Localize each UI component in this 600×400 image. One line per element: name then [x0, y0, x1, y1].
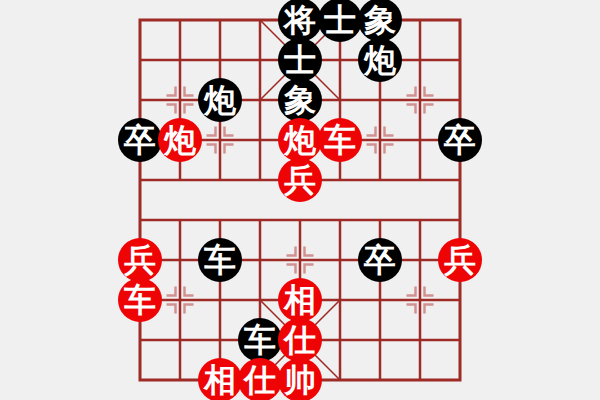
piece-black-chariot[interactable]: 车: [198, 238, 242, 282]
xiangqi-app: 将士象士炮炮象卒炮炮车卒兵兵车卒兵车相车仕相仕帅: [0, 0, 600, 400]
piece-black-advisor[interactable]: 士: [318, 0, 362, 42]
piece-black-soldier[interactable]: 卒: [118, 118, 162, 162]
piece-black-elephant[interactable]: 象: [358, 0, 402, 42]
piece-black-chariot[interactable]: 车: [238, 318, 282, 362]
piece-black-soldier[interactable]: 卒: [358, 238, 402, 282]
piece-red-chariot[interactable]: 车: [118, 278, 162, 322]
piece-red-advisor[interactable]: 仕: [238, 358, 282, 400]
piece-red-soldier[interactable]: 兵: [438, 238, 482, 282]
board-grid[interactable]: 将士象士炮炮象卒炮炮车卒兵兵车卒兵车相车仕相仕帅: [120, 0, 480, 400]
piece-black-advisor[interactable]: 士: [278, 38, 322, 82]
piece-black-cannon[interactable]: 炮: [358, 38, 402, 82]
piece-red-cannon[interactable]: 炮: [278, 118, 322, 162]
piece-black-cannon[interactable]: 炮: [198, 78, 242, 122]
piece-black-soldier[interactable]: 卒: [438, 118, 482, 162]
piece-red-general[interactable]: 帅: [278, 358, 322, 400]
piece-black-elephant[interactable]: 象: [278, 78, 322, 122]
piece-red-elephant[interactable]: 相: [198, 358, 242, 400]
piece-red-advisor[interactable]: 仕: [278, 318, 322, 362]
piece-red-soldier[interactable]: 兵: [278, 158, 322, 202]
piece-red-elephant[interactable]: 相: [278, 278, 322, 322]
piece-black-general[interactable]: 将: [278, 0, 322, 42]
piece-red-cannon[interactable]: 炮: [158, 118, 202, 162]
piece-red-soldier[interactable]: 兵: [118, 238, 162, 282]
piece-red-chariot[interactable]: 车: [318, 118, 362, 162]
